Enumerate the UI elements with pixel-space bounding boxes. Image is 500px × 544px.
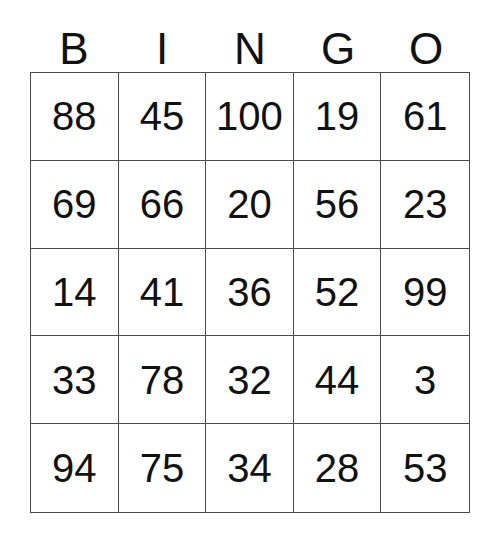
bingo-cell[interactable]: 99	[381, 249, 469, 337]
bingo-cell[interactable]: 14	[31, 249, 119, 337]
bingo-cell[interactable]: 33	[31, 336, 119, 424]
bingo-cell[interactable]: 61	[381, 73, 469, 161]
column-letter-b: B	[30, 0, 118, 72]
bingo-cell[interactable]: 20	[206, 161, 294, 249]
column-letter-n: N	[206, 0, 294, 72]
bingo-cell[interactable]: 34	[206, 424, 294, 512]
bingo-cell[interactable]: 53	[381, 424, 469, 512]
bingo-cell[interactable]: 36	[206, 249, 294, 337]
bingo-grid: 88 45 100 19 61 69 66 20 56 23 14 41 36 …	[30, 72, 470, 513]
bingo-cell[interactable]: 100	[206, 73, 294, 161]
bingo-cell[interactable]: 94	[31, 424, 119, 512]
bingo-cell[interactable]: 3	[381, 336, 469, 424]
bingo-cell[interactable]: 41	[119, 249, 207, 337]
column-letter-i: I	[118, 0, 206, 72]
bingo-cell[interactable]: 56	[294, 161, 382, 249]
column-letter-g: G	[294, 0, 382, 72]
column-letter-o: O	[382, 0, 470, 72]
bingo-cell[interactable]: 23	[381, 161, 469, 249]
bingo-cell[interactable]: 69	[31, 161, 119, 249]
bingo-cell[interactable]: 75	[119, 424, 207, 512]
bingo-cell[interactable]: 28	[294, 424, 382, 512]
bingo-cell[interactable]: 88	[31, 73, 119, 161]
bingo-cell[interactable]: 45	[119, 73, 207, 161]
bingo-cell[interactable]: 78	[119, 336, 207, 424]
bingo-card: B I N G O 88 45 100 19 61 69 66 20 56 23…	[0, 0, 500, 544]
bingo-cell[interactable]: 52	[294, 249, 382, 337]
bingo-cell[interactable]: 32	[206, 336, 294, 424]
bingo-cell[interactable]: 44	[294, 336, 382, 424]
bingo-cell[interactable]: 66	[119, 161, 207, 249]
bingo-header: B I N G O	[30, 0, 470, 72]
bingo-cell[interactable]: 19	[294, 73, 382, 161]
